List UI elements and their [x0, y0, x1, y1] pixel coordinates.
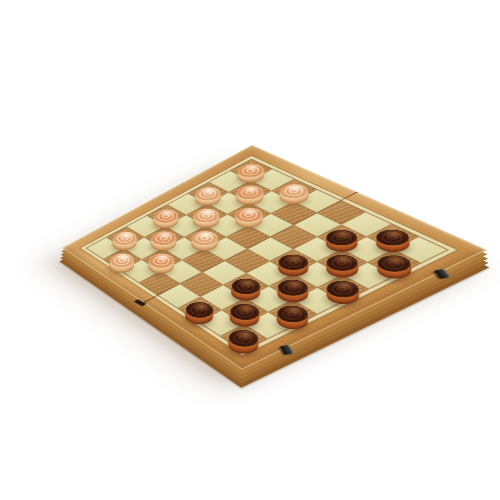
- checkers-board: [62, 145, 487, 370]
- latch-icon: [279, 345, 294, 355]
- product-photo-scene: [0, 0, 500, 500]
- latch-icon: [434, 269, 451, 279]
